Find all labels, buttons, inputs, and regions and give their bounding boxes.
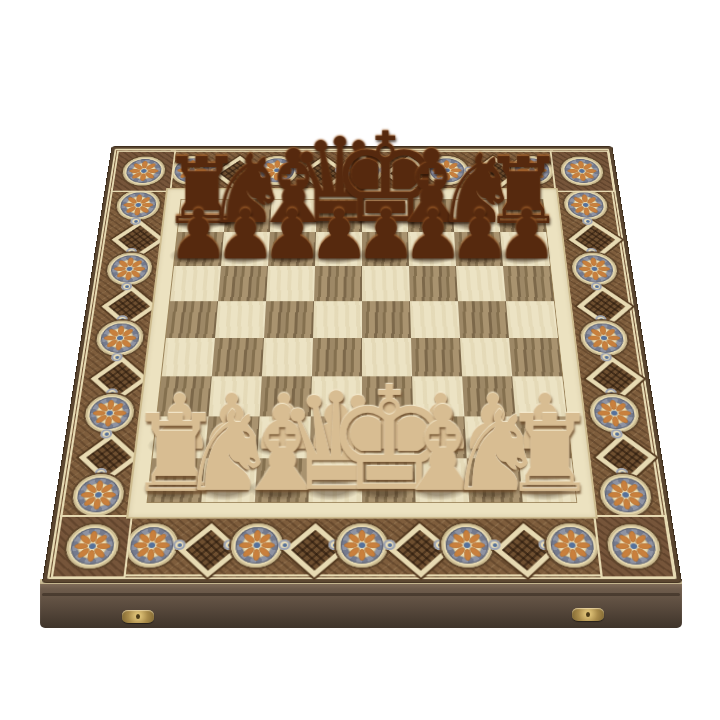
square-f8[interactable]: [407, 200, 454, 233]
square-h7[interactable]: [500, 232, 550, 266]
square-d8[interactable]: [316, 200, 362, 233]
square-c7[interactable]: [268, 232, 316, 266]
diamond-inlay-icon: [566, 221, 614, 252]
square-d7[interactable]: [315, 232, 362, 266]
diamond-inlay-icon: [298, 156, 340, 185]
square-e8[interactable]: [362, 200, 408, 233]
square-a8[interactable]: [178, 200, 227, 233]
square-g8[interactable]: [452, 200, 500, 233]
square-e7[interactable]: [362, 232, 409, 266]
piece-white-rook-h1[interactable]: ♜: [500, 305, 598, 496]
diamond-inlay-icon: [468, 156, 512, 185]
square-f7[interactable]: [408, 232, 456, 266]
diamond-inlay-icon: [110, 221, 158, 252]
diamond-inlay-icon: [384, 156, 426, 185]
square-g7[interactable]: [454, 232, 503, 266]
product-photo-stage: ♜♞♝♛♚♝♞♜♟♟♟♟♟♟♟♟♟♟♟♟♟♟♟♟♜♞♝♛♚♝♞♜: [0, 0, 720, 720]
square-c8[interactable]: [270, 200, 317, 233]
chess-board[interactable]: ♜♞♝♛♚♝♞♜♟♟♟♟♟♟♟♟♟♟♟♟♟♟♟♟♜♞♝♛♚♝♞♜: [43, 147, 681, 582]
diamond-inlay-icon: [212, 156, 256, 185]
perspective-scene: ♜♞♝♛♚♝♞♜♟♟♟♟♟♟♟♟♟♟♟♟♟♟♟♟♜♞♝♛♚♝♞♜: [0, 0, 720, 720]
rosette-medallion-icon: [341, 156, 383, 185]
white-rook-icon: ♜: [501, 400, 597, 507]
ornament-band-bottom: [119, 515, 605, 576]
square-b7[interactable]: [221, 232, 270, 266]
rosette-medallion-icon: [426, 156, 469, 185]
ornament-band-top: [166, 150, 558, 190]
square-a7[interactable]: [174, 232, 224, 266]
square-b8[interactable]: [224, 200, 272, 233]
square-h8[interactable]: [497, 200, 546, 233]
